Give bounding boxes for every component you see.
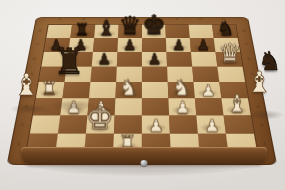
clasp-icon [141, 160, 148, 166]
piece-black-pawn-e6[interactable]: ♟ [127, 51, 183, 66]
board-frame: ♜♝♛♚♞♟♟♟♟♟♟♟♛♜♞♞♟♟♟♟♝♚♟♟♜ ABCDEFGH ABCDE… [7, 17, 278, 165]
square-a4[interactable]: ♜ [36, 82, 65, 98]
rank-label-8: 8 [33, 24, 47, 37]
piece-white-pawn-f3[interactable]: ♟ [153, 99, 213, 116]
square-h8[interactable]: ♞ [212, 25, 238, 38]
square-e8[interactable]: ♚ [142, 25, 166, 38]
square-c2[interactable]: ♚ [86, 115, 115, 133]
captured-white-bishop[interactable]: ♝ [13, 70, 40, 100]
piece-white-knight-d4[interactable]: ♞ [99, 76, 158, 98]
square-c6[interactable]: ♟ [92, 52, 118, 67]
square-e2[interactable]: ♟ [142, 115, 170, 133]
square-h5[interactable] [217, 67, 245, 82]
piece-white-pawn-g2[interactable]: ♟ [181, 117, 243, 134]
square-a2[interactable] [30, 115, 60, 133]
photo-scene: ♜♝♛♚♞♟♟♟♟♟♟♟♛♜♞♞♟♟♟♟♝♚♟♟♜ ABCDEFGH ABCDE… [0, 0, 285, 190]
square-e6[interactable]: ♟ [142, 52, 167, 67]
captured-black-rook[interactable]: ♜ [53, 44, 85, 80]
piece-white-queen-h6[interactable]: ♛ [202, 40, 258, 66]
square-d4[interactable]: ♞ [115, 82, 142, 98]
captured-left-shadow-2 [52, 100, 96, 111]
square-h6[interactable]: ♛ [215, 52, 242, 67]
square-f3[interactable]: ♟ [168, 98, 196, 115]
square-g2[interactable]: ♟ [196, 115, 226, 133]
piece-black-king-e8[interactable]: ♚ [127, 11, 180, 38]
captured-white-bishop-right[interactable]: ♝ [246, 68, 272, 97]
captured-left-shadow [10, 104, 50, 114]
board-front-edge [21, 147, 267, 164]
square-d7[interactable]: ♟ [117, 38, 142, 52]
chess-board: ♜♝♛♚♞♟♟♟♟♟♟♟♛♜♞♞♟♟♟♟♝♚♟♟♜ ABCDEFGH ABCDE… [7, 17, 278, 165]
captured-right-shadow [246, 110, 284, 120]
